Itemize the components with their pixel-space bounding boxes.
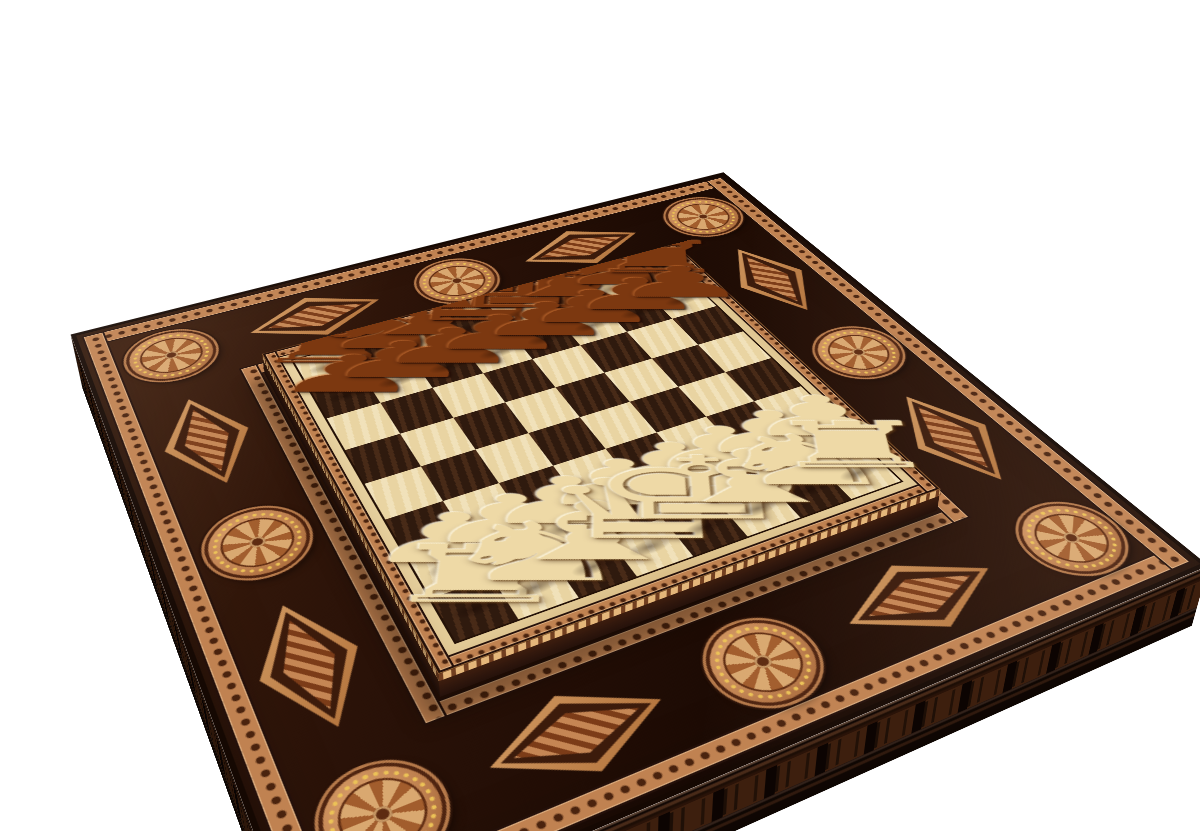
gold-dot-ring <box>697 615 831 712</box>
square-a6[interactable] <box>327 403 400 450</box>
black-pawn-glyph: ♟ <box>266 349 430 400</box>
square-c5[interactable] <box>453 402 528 449</box>
piece-black-pawn[interactable]: ♟ <box>261 330 440 396</box>
square-b2[interactable] <box>467 519 551 577</box>
rosette-medallion <box>686 607 843 722</box>
diamond-lozenge <box>469 664 687 808</box>
rosette-medallion <box>193 497 323 592</box>
pieces-layer: ♜♞♝♛♚♝♞♜♟♟♟♟♟♟♟♟♟♟♟♟♟♟♟♟♜♞♝♛♚♝♞♜ <box>262 244 676 354</box>
gold-dot-ring <box>1008 499 1136 579</box>
gold-dot-ring <box>314 756 453 831</box>
outer-scallop-band <box>84 333 339 831</box>
rosette-medallion <box>302 746 465 831</box>
gold-dot-ring <box>126 327 218 384</box>
rosette-medallion <box>118 323 226 390</box>
diamond-lozenge <box>235 590 389 746</box>
square-c1[interactable] <box>550 537 637 597</box>
square-a5[interactable] <box>345 434 421 484</box>
square-a2[interactable] <box>407 538 491 598</box>
square-d1[interactable] <box>607 518 693 576</box>
gold-dot-ring <box>203 503 313 583</box>
square-b1[interactable] <box>492 557 579 619</box>
rosette-medallion <box>997 493 1147 587</box>
square-b5[interactable] <box>400 418 475 467</box>
scene: ♜♞♝♛♚♝♞♜♟♟♟♟♟♟♟♟♟♟♟♟♟♟♟♟♜♞♝♛♚♝♞♜ <box>0 0 1200 831</box>
square-a1[interactable] <box>431 577 519 642</box>
square-e1[interactable] <box>662 500 747 556</box>
diamond-lozenge <box>822 540 1020 657</box>
diamond-lozenge <box>148 388 270 495</box>
photo-canvas: ♜♞♝♛♚♝♞♜♟♟♟♟♟♟♟♟♟♟♟♟♟♟♟♟♜♞♝♛♚♝♞♜ <box>0 0 1200 831</box>
